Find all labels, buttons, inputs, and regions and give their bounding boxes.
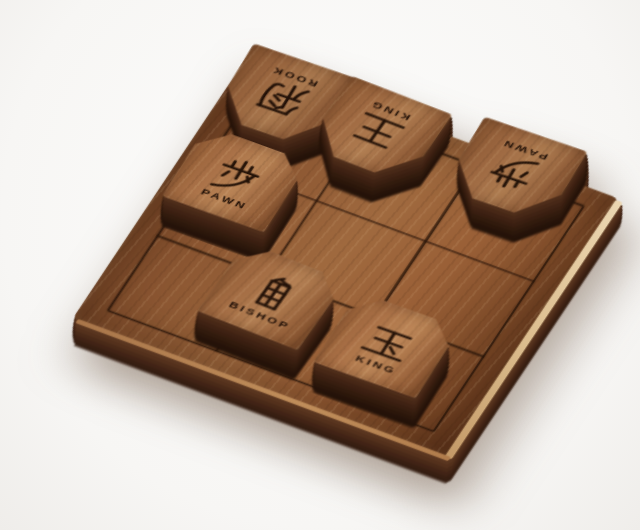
piece-engraving: KING xyxy=(348,318,421,377)
piece-engraving: ROOK xyxy=(249,64,324,123)
piece-engraving: KING xyxy=(343,98,418,157)
piece-engraving: BISHOP xyxy=(224,266,316,332)
shogi-board: ROOKKINGPAWNPAWNBISHOPKING xyxy=(73,60,619,457)
photo-frame: ROOKKINGPAWNPAWNBISHOPKING xyxy=(0,0,640,530)
piece-engraving: PAWN xyxy=(197,152,271,211)
piece-engraving: PAWN xyxy=(479,137,553,196)
